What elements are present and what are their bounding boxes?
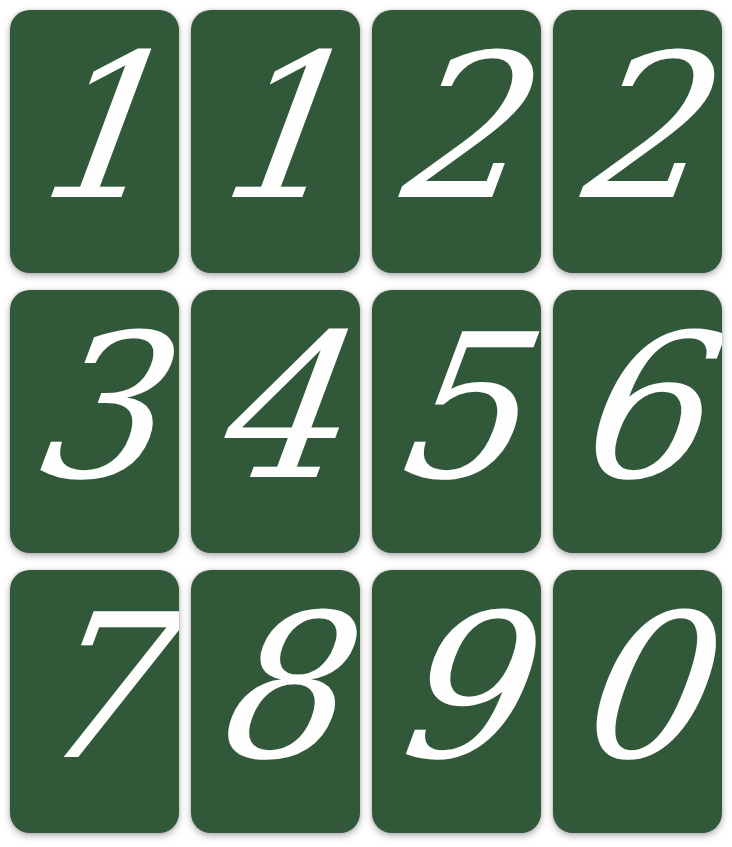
- card-r3c2[interactable]: 8: [191, 570, 360, 833]
- digit-glyph: 5: [381, 308, 533, 508]
- digit-glyph: 2: [381, 28, 533, 228]
- flashcard-grid: 1 1 2 2 3 4 5 6 7 8 9 0: [0, 0, 732, 847]
- digit-glyph: 2: [562, 28, 714, 228]
- card-r1c4[interactable]: 2: [553, 10, 722, 273]
- digit-glyph: 6: [562, 308, 714, 508]
- digit-glyph: 9: [381, 588, 533, 788]
- digit-glyph: 3: [19, 308, 171, 508]
- card-r2c2[interactable]: 4: [191, 290, 360, 553]
- card-r3c4[interactable]: 0: [553, 570, 722, 833]
- digit-glyph: 7: [19, 588, 171, 788]
- card-r3c1[interactable]: 7: [10, 570, 179, 833]
- digit-glyph: 4: [200, 308, 352, 508]
- card-r1c1[interactable]: 1: [10, 10, 179, 273]
- card-r2c1[interactable]: 3: [10, 290, 179, 553]
- card-r2c3[interactable]: 5: [372, 290, 541, 553]
- card-r1c3[interactable]: 2: [372, 10, 541, 273]
- card-r3c3[interactable]: 9: [372, 570, 541, 833]
- card-r1c2[interactable]: 1: [191, 10, 360, 273]
- digit-glyph: 8: [200, 588, 352, 788]
- digit-glyph: 1: [19, 28, 171, 228]
- digit-glyph: 0: [562, 588, 714, 788]
- digit-glyph: 1: [200, 28, 352, 228]
- card-r2c4[interactable]: 6: [553, 290, 722, 553]
